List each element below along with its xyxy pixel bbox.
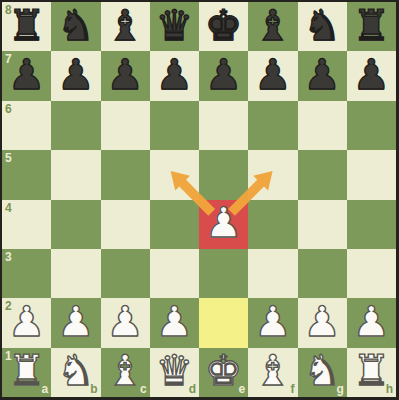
square-d8[interactable]: ♛ (150, 2, 199, 51)
square-f3[interactable] (248, 249, 297, 298)
square-e2[interactable] (199, 298, 248, 347)
square-e6[interactable] (199, 101, 248, 150)
square-g7[interactable]: ♟ (298, 51, 347, 100)
black-queen-d8[interactable]: ♛ (156, 5, 194, 47)
square-c1[interactable]: c♝ (101, 348, 150, 397)
square-b1[interactable]: b♞ (51, 348, 100, 397)
black-pawn-e7[interactable]: ♟ (205, 54, 243, 96)
square-d7[interactable]: ♟ (150, 51, 199, 100)
file-label-b: b (90, 383, 97, 395)
square-b4[interactable] (51, 200, 100, 249)
square-g2[interactable]: ♟ (298, 298, 347, 347)
black-bishop-c8[interactable]: ♝ (106, 5, 144, 47)
white-king-e1[interactable]: ♚ (205, 350, 243, 392)
square-e7[interactable]: ♟ (199, 51, 248, 100)
black-king-e8[interactable]: ♚ (205, 5, 243, 47)
white-rook-h1[interactable]: ♜ (353, 350, 391, 392)
square-c3[interactable] (101, 249, 150, 298)
chess-board: 8♜♞♝♛♚♝♞♜7♟♟♟♟♟♟♟♟654♟32♟♟♟♟♟♟♟1a♜b♞c♝d♛… (2, 2, 396, 397)
square-h3[interactable] (347, 249, 396, 298)
square-a1[interactable]: 1a♜ (2, 348, 51, 397)
square-a3[interactable]: 3 (2, 249, 51, 298)
square-d3[interactable] (150, 249, 199, 298)
rank-label-4: 4 (5, 202, 12, 214)
square-b2[interactable]: ♟ (51, 298, 100, 347)
rank-label-5: 5 (5, 152, 12, 164)
square-f2[interactable]: ♟ (248, 298, 297, 347)
white-pawn-c2[interactable]: ♟ (106, 301, 144, 343)
file-label-h: h (386, 383, 393, 395)
square-b7[interactable]: ♟ (51, 51, 100, 100)
black-pawn-b7[interactable]: ♟ (57, 54, 95, 96)
square-c2[interactable]: ♟ (101, 298, 150, 347)
square-h8[interactable]: ♜ (347, 2, 396, 51)
black-pawn-f7[interactable]: ♟ (254, 54, 292, 96)
black-pawn-g7[interactable]: ♟ (303, 54, 341, 96)
rank-label-7: 7 (5, 53, 12, 65)
rank-label-8: 8 (5, 4, 12, 16)
white-bishop-c1[interactable]: ♝ (106, 350, 144, 392)
file-label-a: a (42, 383, 49, 395)
square-c8[interactable]: ♝ (101, 2, 150, 51)
square-g6[interactable] (298, 101, 347, 150)
chess-board-frame: 8♜♞♝♛♚♝♞♜7♟♟♟♟♟♟♟♟654♟32♟♟♟♟♟♟♟1a♜b♞c♝d♛… (0, 0, 399, 400)
file-label-d: d (189, 383, 196, 395)
black-rook-a8[interactable]: ♜ (8, 5, 46, 47)
square-g3[interactable] (298, 249, 347, 298)
black-bishop-f8[interactable]: ♝ (254, 5, 292, 47)
white-pawn-a2[interactable]: ♟ (8, 301, 46, 343)
square-h2[interactable]: ♟ (347, 298, 396, 347)
white-pawn-h2[interactable]: ♟ (353, 301, 391, 343)
square-e8[interactable]: ♚ (199, 2, 248, 51)
square-f4[interactable] (248, 200, 297, 249)
square-h4[interactable] (347, 200, 396, 249)
rank-label-2: 2 (5, 300, 12, 312)
file-label-e: e (239, 383, 246, 395)
square-c4[interactable] (101, 200, 150, 249)
square-f5[interactable] (248, 150, 297, 199)
square-c7[interactable]: ♟ (101, 51, 150, 100)
square-h1[interactable]: h♜ (347, 348, 396, 397)
square-e5[interactable] (199, 150, 248, 199)
white-knight-g1[interactable]: ♞ (303, 350, 341, 392)
rank-label-3: 3 (5, 251, 12, 263)
white-knight-b1[interactable]: ♞ (57, 350, 95, 392)
square-a7[interactable]: 7♟ (2, 51, 51, 100)
black-rook-h8[interactable]: ♜ (353, 5, 391, 47)
square-h6[interactable] (347, 101, 396, 150)
square-g1[interactable]: g♞ (298, 348, 347, 397)
square-g5[interactable] (298, 150, 347, 199)
white-pawn-g2[interactable]: ♟ (303, 301, 341, 343)
rank-label-1: 1 (5, 350, 12, 362)
square-a8[interactable]: 8♜ (2, 2, 51, 51)
white-rook-a1[interactable]: ♜ (8, 350, 46, 392)
white-pawn-b2[interactable]: ♟ (57, 301, 95, 343)
square-f1[interactable]: f♝ (248, 348, 297, 397)
white-bishop-f1[interactable]: ♝ (254, 350, 292, 392)
square-h5[interactable] (347, 150, 396, 199)
square-a4[interactable]: 4 (2, 200, 51, 249)
file-label-c: c (140, 383, 147, 395)
square-e3[interactable] (199, 249, 248, 298)
square-f7[interactable]: ♟ (248, 51, 297, 100)
black-knight-g8[interactable]: ♞ (303, 5, 341, 47)
square-b3[interactable] (51, 249, 100, 298)
black-pawn-h7[interactable]: ♟ (353, 54, 391, 96)
square-b6[interactable] (51, 101, 100, 150)
white-queen-d1[interactable]: ♛ (156, 350, 194, 392)
square-g4[interactable] (298, 200, 347, 249)
square-d2[interactable]: ♟ (150, 298, 199, 347)
square-d1[interactable]: d♛ (150, 348, 199, 397)
white-pawn-d2[interactable]: ♟ (156, 301, 194, 343)
square-e4[interactable]: ♟ (199, 200, 248, 249)
square-b5[interactable] (51, 150, 100, 199)
square-b8[interactable]: ♞ (51, 2, 100, 51)
black-knight-b8[interactable]: ♞ (57, 5, 95, 47)
file-label-f: f (291, 383, 295, 395)
square-g8[interactable]: ♞ (298, 2, 347, 51)
square-a6[interactable]: 6 (2, 101, 51, 150)
black-pawn-a7[interactable]: ♟ (8, 54, 46, 96)
square-c6[interactable] (101, 101, 150, 150)
file-label-g: g (336, 383, 343, 395)
square-a2[interactable]: 2♟ (2, 298, 51, 347)
square-e1[interactable]: e♚ (199, 348, 248, 397)
rank-label-6: 6 (5, 103, 12, 115)
black-pawn-d7[interactable]: ♟ (156, 54, 194, 96)
square-f6[interactable] (248, 101, 297, 150)
square-d4[interactable] (150, 200, 199, 249)
square-a5[interactable]: 5 (2, 150, 51, 199)
white-pawn-e4[interactable]: ♟ (205, 202, 243, 244)
square-d5[interactable] (150, 150, 199, 199)
square-d6[interactable] (150, 101, 199, 150)
square-c5[interactable] (101, 150, 150, 199)
square-f8[interactable]: ♝ (248, 2, 297, 51)
square-h7[interactable]: ♟ (347, 51, 396, 100)
black-pawn-c7[interactable]: ♟ (106, 54, 144, 96)
white-pawn-f2[interactable]: ♟ (254, 301, 292, 343)
